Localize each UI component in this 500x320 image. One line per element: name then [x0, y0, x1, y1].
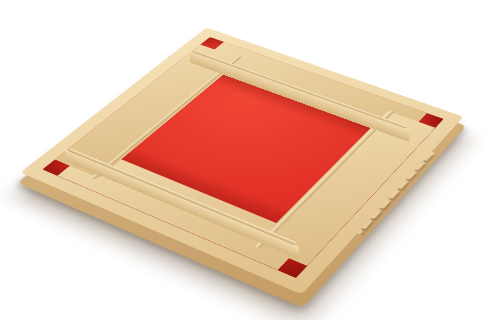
tile-number: 6 [292, 90, 300, 94]
pip [257, 141, 265, 146]
board-scene: 1234567891010987654321123456789101234567… [0, 0, 500, 320]
pip [229, 116, 237, 121]
tile-number: 1 [175, 62, 188, 70]
tile-number: 7 [115, 110, 128, 118]
tile-number: 2 [166, 69, 179, 77]
shut-the-box-board: 1234567891010987654321123456789101234567… [20, 28, 463, 295]
tile-number: 7 [278, 84, 286, 88]
tile-number: 8 [264, 79, 272, 83]
tile-number: 9 [250, 74, 258, 78]
tile-number: 10 [234, 69, 244, 74]
tile-number: 8 [104, 118, 118, 127]
tile-number: 3 [156, 77, 169, 85]
tile-number: 2 [352, 111, 360, 115]
tile-number: 5 [307, 95, 315, 99]
tile-number: 1 [367, 116, 375, 120]
tile-number: 6 [125, 101, 138, 109]
tile-number: 5 [136, 93, 149, 101]
tile-number: 9 [93, 127, 107, 136]
tile-number: 3 [337, 106, 345, 110]
pip [228, 127, 236, 132]
tile-number: 4 [146, 85, 159, 93]
tile-number: 4 [322, 100, 330, 104]
